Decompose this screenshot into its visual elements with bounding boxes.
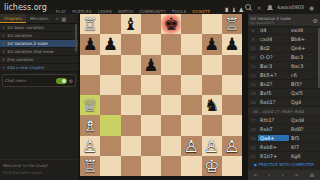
square-h5[interactable]	[222, 75, 242, 95]
user-avatar-icon[interactable]: ◉	[308, 4, 315, 11]
chapter-number: 1	[0, 25, 7, 30]
move-row: 21R1b7+Kg6	[248, 152, 320, 160]
move-number: 9	[248, 37, 258, 42]
next-move-icon[interactable]: ›	[281, 170, 283, 180]
white-king[interactable]: ♔	[202, 156, 222, 176]
square-a1[interactable]: ♖	[80, 156, 100, 176]
navbar-right: × kasss0903 ◉	[243, 4, 317, 11]
white-pawn[interactable]: ♙	[80, 136, 100, 156]
square-a5[interactable]	[80, 75, 100, 95]
top-navbar: lichess.org PLAYPUZZLESLEARNWATCHCOMMUNI…	[0, 0, 320, 14]
settings-wrench-icon[interactable]: ⚙	[69, 78, 73, 84]
move-row: 18Rxb7Rd8?	[248, 125, 320, 134]
move-white[interactable]: Rab1?	[258, 99, 289, 105]
square-b5[interactable]	[100, 75, 120, 95]
square-h3[interactable]	[222, 115, 242, 135]
square-c3[interactable]	[121, 115, 141, 135]
black-knight[interactable]: ♞	[202, 95, 222, 115]
square-a7[interactable]: ♟	[80, 34, 100, 54]
square-b1[interactable]	[100, 156, 120, 176]
chapter-item[interactable]: 21st variation	[0, 32, 78, 40]
square-d8[interactable]	[141, 14, 161, 34]
move-row: 14Be2?Bf5?	[248, 80, 320, 89]
square-a8[interactable]: ♖	[80, 14, 100, 34]
move-row: 19Qa4+Bf5	[248, 134, 320, 143]
analysis-toolbar: «‹›»≡	[248, 170, 320, 180]
move-number: 15	[248, 91, 258, 96]
move-black[interactable]: Qxd4	[289, 117, 320, 123]
move-black[interactable]: c6	[289, 72, 320, 78]
move-white[interactable]: Bxf5	[258, 90, 289, 96]
chapter-number: 4	[0, 49, 7, 54]
move-number: 10	[248, 46, 258, 51]
move-list: 8d4exd49cxd4Bb4+10Bd2Qe4+11O-O?Bxc312Bxc…	[248, 26, 320, 160]
move-number: 11	[248, 55, 258, 60]
square-e1[interactable]	[161, 156, 181, 176]
chapter-name: Add a new chapter	[7, 65, 45, 70]
white-pawn[interactable]: ♙	[181, 136, 201, 156]
square-c2[interactable]	[121, 136, 141, 156]
square-b2[interactable]	[100, 136, 120, 156]
square-e7[interactable]	[161, 34, 181, 54]
square-h8[interactable]: ♖	[222, 14, 242, 34]
square-a3[interactable]: ♗	[80, 115, 100, 135]
square-b6[interactable]	[100, 55, 120, 75]
move-white[interactable]: cxd4	[258, 36, 289, 42]
chat-toggle[interactable]	[56, 78, 67, 84]
square-b8[interactable]	[100, 14, 120, 34]
chapter-item[interactable]: 41st variation 2nd move	[0, 48, 78, 56]
square-g4[interactable]: ♞	[202, 95, 222, 115]
white-bishop[interactable]: ♗	[80, 115, 100, 135]
square-g2[interactable]: ♙	[202, 136, 222, 156]
nav-item-learn[interactable]: LEARN	[98, 9, 112, 14]
chat-toggle-row: Chat room ⚙	[2, 74, 76, 87]
white-queen[interactable]: ♕	[80, 95, 100, 115]
chapter-number: 3	[0, 41, 7, 46]
lichess-logo[interactable]: lichess.org	[4, 3, 47, 12]
square-h1[interactable]	[222, 156, 242, 176]
square-b3[interactable]	[100, 115, 120, 135]
square-g6[interactable]	[202, 55, 222, 75]
move-number: 8	[248, 28, 258, 33]
white-pawn[interactable]: ♙	[222, 136, 242, 156]
move-number: 20	[248, 145, 258, 150]
black-pawn[interactable]: ♟	[202, 34, 222, 54]
move-number: 12	[248, 64, 258, 69]
practice-with-computer-link[interactable]: ▶ PRACTICE WITH COMPUTER	[248, 160, 320, 169]
move-row: 15Bxf5Qxf5	[248, 89, 320, 98]
square-g7[interactable]: ♟	[202, 34, 222, 54]
chapter-number: 5	[0, 57, 7, 62]
move-white[interactable]: O-O?	[258, 54, 289, 60]
move-black[interactable]: Rd8?	[289, 126, 320, 132]
move-white[interactable]: Rfb1?	[258, 117, 289, 123]
move-number: 21	[248, 154, 258, 159]
black-pawn[interactable]: ♟	[222, 34, 242, 54]
search-icon[interactable]	[245, 4, 252, 11]
sidebar-search-icon[interactable]: ⌕	[56, 15, 59, 22]
prev-move-icon[interactable]: ‹	[268, 170, 270, 180]
square-a4[interactable]: ♕	[80, 95, 100, 115]
first-move-icon[interactable]: «	[253, 170, 257, 180]
move-white[interactable]: Be2?	[258, 81, 289, 87]
square-e6[interactable]	[161, 55, 181, 75]
square-d6[interactable]: ♟	[141, 55, 161, 75]
black-bishop[interactable]: ♝	[121, 14, 141, 34]
square-f2[interactable]: ♙	[181, 136, 201, 156]
square-f3[interactable]	[181, 115, 201, 135]
square-f8[interactable]	[181, 14, 201, 34]
move-black[interactable]: Bxc3	[289, 54, 320, 60]
square-d2[interactable]	[141, 136, 161, 156]
square-f6[interactable]	[181, 55, 201, 75]
move-row: 10Bd2Qe4+	[248, 44, 320, 53]
gear-icon[interactable]: ⚙	[313, 17, 318, 24]
square-d4[interactable]	[141, 95, 161, 115]
move-black[interactable]: Bb4+	[289, 36, 320, 42]
move-black[interactable]: exd4	[289, 27, 320, 33]
square-d1[interactable]	[141, 156, 161, 176]
move-row: 12Bxc3Nxc3	[248, 62, 320, 71]
chapter-name: 1st variation	[7, 33, 32, 38]
move-white[interactable]: Bxc3	[258, 63, 289, 69]
sidebar-tabs: ChaptersMembers⌕▦	[0, 14, 78, 24]
square-d7[interactable]	[141, 34, 161, 54]
square-a2[interactable]: ♙	[80, 136, 100, 156]
square-c6[interactable]	[121, 55, 141, 75]
square-g5[interactable]	[202, 75, 222, 95]
move-row: 17Rfb1?Qxd4	[248, 116, 320, 125]
chat-toggle-label: Chat room	[5, 78, 56, 83]
black-pawn[interactable]: ♟	[141, 55, 161, 75]
nav-item-community[interactable]: COMMUNITY	[139, 9, 166, 14]
chapter-item[interactable]: 31st Variation 2 mate	[0, 40, 78, 48]
search-tail	[249, 8, 252, 11]
black-pawn[interactable]: ♟	[80, 34, 100, 54]
square-h2[interactable]: ♙	[222, 136, 242, 156]
white-rook[interactable]: ♖	[222, 14, 242, 34]
move-black[interactable]: Qxf5	[289, 90, 320, 96]
move-black[interactable]: Nxc3	[289, 63, 320, 69]
square-e2[interactable]	[161, 136, 181, 156]
move-white[interactable]: R1b7+	[258, 153, 289, 159]
chess-board: ♖♝♚♖♟♟♟♟♟♕♞♗♙♙♙♙♖♔	[80, 14, 242, 176]
square-c8[interactable]: ♝	[121, 14, 141, 34]
move-row: 13Bb5+?c6	[248, 71, 320, 80]
move-row: 11O-O?Bxc3	[248, 53, 320, 62]
nav-item-puzzles[interactable]: PUZZLES	[72, 9, 91, 14]
square-c5[interactable]	[121, 75, 141, 95]
square-a6[interactable]	[80, 55, 100, 75]
close-icon[interactable]: ×	[256, 4, 263, 11]
username-menu[interactable]: kasss0903	[278, 4, 304, 10]
move-white[interactable]: d4	[258, 27, 289, 33]
tab-members[interactable]: Members	[26, 14, 53, 23]
square-f5[interactable]	[181, 75, 201, 95]
analysis-panel: 1st Variation 2 mate by kasss0903 ⚙ 8d4e…	[248, 14, 320, 180]
square-f7[interactable]	[181, 34, 201, 54]
move-number: 18	[248, 127, 258, 132]
move-black[interactable]: Bf5	[289, 135, 320, 141]
square-h6[interactable]	[222, 55, 242, 75]
tab-chapters[interactable]: Chapters	[0, 14, 26, 23]
move-white[interactable]: Rxb7	[258, 126, 289, 132]
lichess-study-page: lichess.org PLAYPUZZLESLEARNWATCHCOMMUNI…	[0, 0, 320, 180]
move-white[interactable]: Bd2	[258, 45, 289, 51]
bell-icon[interactable]	[267, 4, 274, 11]
move-black[interactable]: Qe4+	[289, 45, 320, 51]
nav-item-tools[interactable]: TOOLS	[172, 9, 187, 14]
square-c4[interactable]	[121, 95, 141, 115]
move-black[interactable]: Bf5?	[289, 81, 320, 87]
study-subtitle: by kasss0903	[250, 21, 311, 25]
move-black[interactable]: Qg4	[289, 99, 320, 105]
move-number: 16	[248, 100, 258, 105]
black-pawn[interactable]: ♟	[100, 34, 120, 54]
chapter-item[interactable]: 52nd variation	[0, 56, 78, 64]
chat-area: Welcome to the study! Find the best move…	[0, 159, 78, 176]
square-d5[interactable]	[141, 75, 161, 95]
chapter-name: 1st variation 2nd move	[7, 49, 54, 54]
square-b7[interactable]: ♟	[100, 34, 120, 54]
chapter-name: 1st Variation 2 mate	[7, 41, 48, 46]
move-white[interactable]: Bb5+?	[258, 72, 289, 78]
square-h4[interactable]	[222, 95, 242, 115]
white-rook[interactable]: ♖	[80, 156, 100, 176]
square-f4[interactable]	[181, 95, 201, 115]
menu-icon[interactable]: ≡	[309, 170, 314, 180]
black-king[interactable]: ♚	[161, 14, 181, 34]
move-row: 9cxd4Bb4+	[248, 35, 320, 44]
move-white[interactable]: Rxb8+	[258, 144, 289, 150]
move-number: 13	[248, 73, 258, 78]
sidebar-layout-icon[interactable]: ▦	[61, 16, 66, 22]
nav-item-watch[interactable]: WATCH	[118, 9, 133, 14]
square-c7[interactable]	[121, 34, 141, 54]
chat-message: Find the best move.	[0, 169, 78, 176]
chapter-list: 11st basic variation21st variation31st V…	[0, 24, 78, 72]
chapter-name: 2nd variation	[7, 57, 34, 62]
chapter-name: 1st basic variation	[7, 25, 44, 30]
square-c1[interactable]	[121, 156, 141, 176]
chapter-item[interactable]: 11st basic variation	[0, 24, 78, 32]
last-move-icon[interactable]: »	[295, 170, 299, 180]
square-e5[interactable]	[161, 75, 181, 95]
square-g3[interactable]	[202, 115, 222, 135]
square-e4[interactable]	[161, 95, 181, 115]
move-number: 19	[248, 136, 258, 141]
move-row: 20Rxb8+Kf7	[248, 143, 320, 152]
square-e8[interactable]: ♚	[161, 14, 181, 34]
move-row: 16Rab1?Qg4	[248, 98, 320, 107]
add-chapter-button[interactable]: +Add a new chapter	[0, 64, 78, 72]
chapter-number: 2	[0, 33, 7, 38]
move-number: 14	[248, 82, 258, 87]
square-h7[interactable]: ♟	[222, 34, 242, 54]
material-diff: ♜ ♝ ♟	[222, 6, 244, 14]
variation-line[interactable]: 16... Qxd4 17. Rb8+ Rxb8	[248, 107, 320, 116]
chapter-number: +	[0, 65, 7, 70]
nav-item-donate[interactable]: DONATE	[192, 9, 210, 14]
sidebar-scrollbar[interactable]	[75, 24, 77, 52]
square-g8[interactable]	[202, 14, 222, 34]
white-rook[interactable]: ♖	[80, 14, 100, 34]
move-number: 17	[248, 118, 258, 123]
study-sidebar: ChaptersMembers⌕▦ 11st basic variation21…	[0, 14, 78, 180]
square-e3[interactable]	[161, 115, 181, 135]
move-white[interactable]: Qa4+	[258, 135, 289, 141]
move-row: 8d4exd4	[248, 26, 320, 35]
white-pawn[interactable]: ♙	[202, 136, 222, 156]
chat-message: Welcome to the study!	[0, 162, 78, 169]
move-black[interactable]: Kf7	[289, 144, 320, 150]
square-d3[interactable]	[141, 115, 161, 135]
nav-item-play[interactable]: PLAY	[56, 9, 66, 14]
square-g1[interactable]: ♔	[202, 156, 222, 176]
square-b4[interactable]	[100, 95, 120, 115]
square-f1[interactable]	[181, 156, 201, 176]
move-black[interactable]: Kg6	[289, 153, 320, 159]
